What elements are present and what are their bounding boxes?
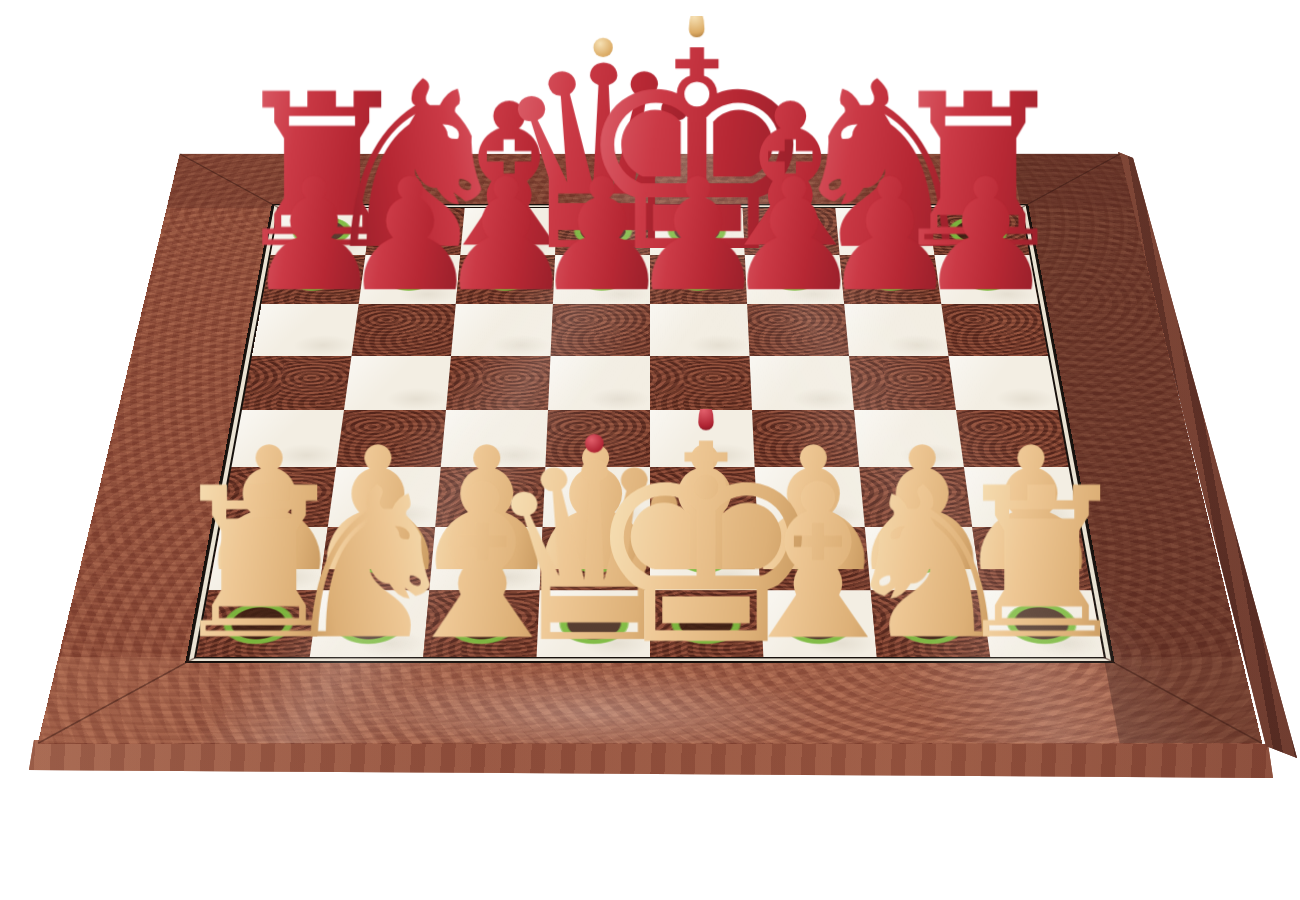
product-photo: ♜♞♝♛♚♝♞♜♟♟♟♟♟♟♟♟♟♟♟♟♟♟♟♟♜♞♝♛♚♝♞♜ <box>0 0 1300 900</box>
square-c5[interactable] <box>446 356 551 410</box>
square-f6[interactable] <box>747 304 849 356</box>
square-g6[interactable] <box>844 304 948 356</box>
square-g5[interactable] <box>849 356 956 410</box>
board-grid: ♜♞♝♛♚♝♞♜♟♟♟♟♟♟♟♟♟♟♟♟♟♟♟♟♜♞♝♛♚♝♞♜ <box>196 208 1103 657</box>
square-b6[interactable] <box>352 304 456 356</box>
square-c6[interactable] <box>451 304 553 356</box>
square-h5[interactable] <box>948 356 1058 410</box>
white-rook-h1[interactable]: ♜ <box>948 461 1135 669</box>
square-h1[interactable]: ♜ <box>981 590 1104 657</box>
square-h6[interactable] <box>941 304 1048 356</box>
square-a5[interactable] <box>242 356 352 410</box>
square-d6[interactable] <box>551 304 650 356</box>
red-pawn-h7[interactable]: ♟ <box>916 158 1055 313</box>
board-scene: ♜♞♝♛♚♝♞♜♟♟♟♟♟♟♟♟♟♟♟♟♟♟♟♟♜♞♝♛♚♝♞♜ <box>0 0 1300 900</box>
square-a6[interactable] <box>252 304 359 356</box>
square-b5[interactable] <box>344 356 451 410</box>
square-h7[interactable]: ♟ <box>935 255 1039 304</box>
chess-board: ♜♞♝♛♚♝♞♜♟♟♟♟♟♟♟♟♟♟♟♟♟♟♟♟♜♞♝♛♚♝♞♜ <box>38 154 1263 744</box>
square-e6[interactable] <box>650 304 749 356</box>
board-frame: ♜♞♝♛♚♝♞♜♟♟♟♟♟♟♟♟♟♟♟♟♟♟♟♟♜♞♝♛♚♝♞♜ <box>38 154 1263 744</box>
